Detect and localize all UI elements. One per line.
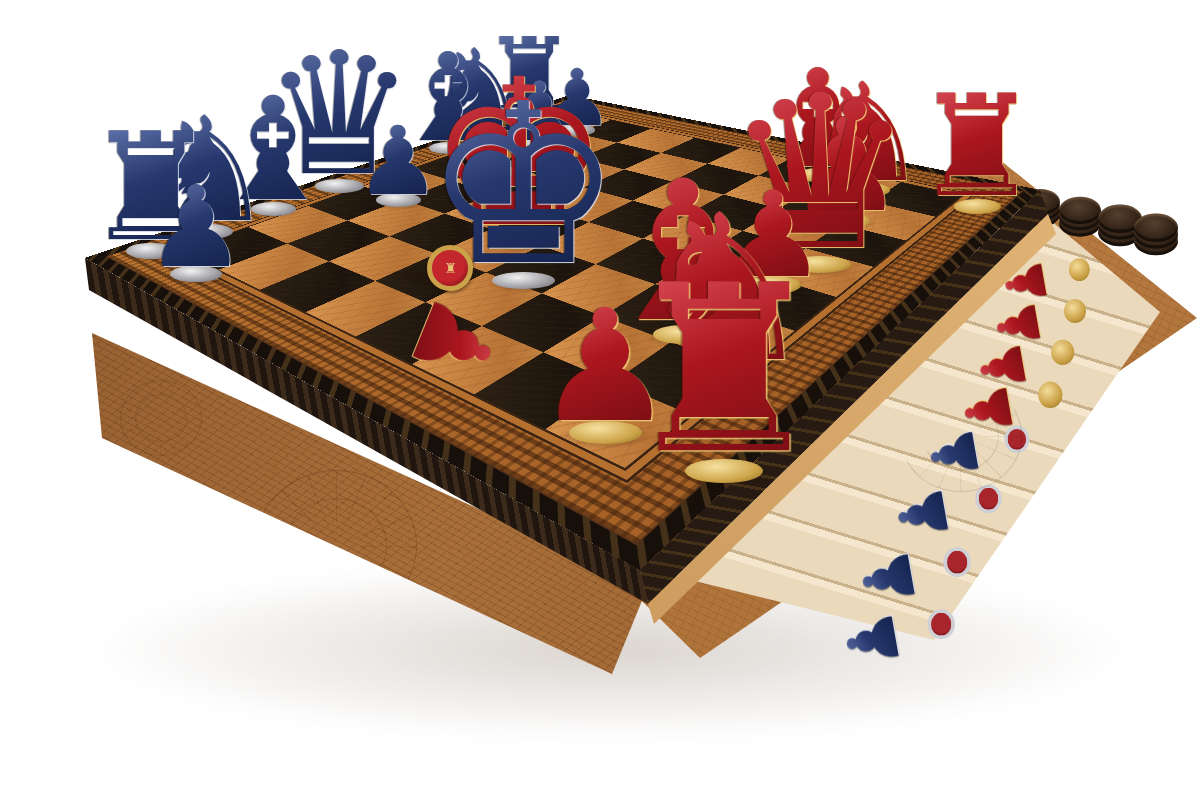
compass-rose-small	[120, 380, 202, 456]
tray-blue-pawn-glyph: ♟	[836, 605, 909, 675]
chess-set-scene: ♟♟♟♟♟♟♟♟ ♜♟♞♟♝♝♛♞♟♜♝♟♞♚♜♛♟♟♜♚♟♝♞♟♜	[0, 0, 1200, 797]
red-rook-glyph: ♜	[914, 81, 1040, 214]
tray-piece-base	[943, 547, 971, 577]
red-rook-glyph: ♜	[620, 260, 828, 480]
tray-piece-base	[1064, 299, 1086, 323]
blue-pawn-glyph: ♟	[146, 173, 247, 280]
tray-piece-base	[927, 609, 955, 639]
tray-piece-base	[1051, 340, 1074, 365]
blue-king-glyph: ♚	[424, 80, 623, 291]
tray-piece-base	[1069, 258, 1090, 281]
